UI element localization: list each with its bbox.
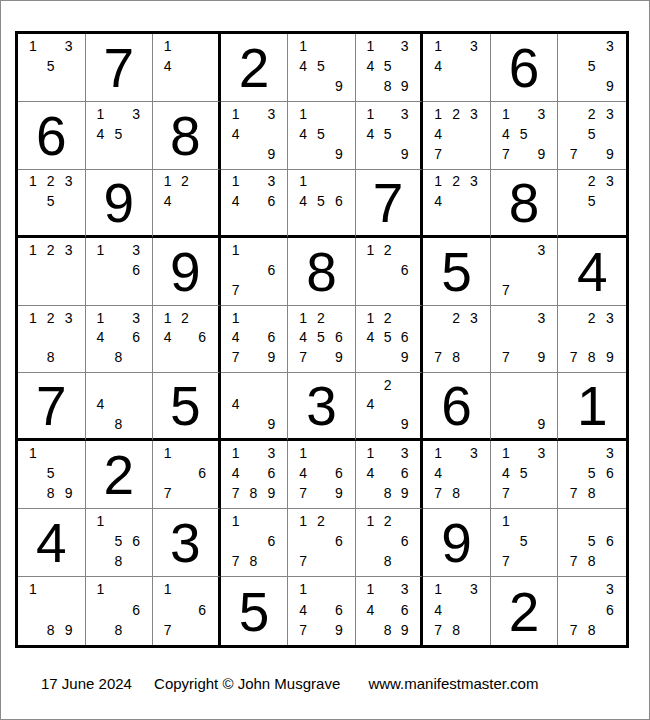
candidate-4 [497,260,515,280]
candidate-1: 1 [294,443,312,463]
candidate-2: 2 [42,172,60,191]
pencil-marks: 3678 [558,577,626,645]
candidate-2: 2 [379,308,396,328]
candidate-9 [127,144,145,164]
candidate-4 [564,328,582,348]
candidate-4 [24,599,42,619]
candidate-2: 2 [447,104,465,124]
candidate-1: 1 [92,579,110,599]
pencil-marks: 13457 [491,441,558,508]
candidate-1: 1 [362,240,379,260]
candidate-9: 9 [396,414,413,433]
candidate-7 [564,210,582,229]
candidate-3 [193,36,210,56]
candidate-8 [515,551,533,571]
candidate-5 [245,260,263,280]
candidate-7 [564,76,582,96]
candidate-6 [60,260,78,280]
cell-r4c4: 167 [221,238,289,306]
candidate-3: 3 [127,104,145,124]
candidate-9: 9 [330,144,348,164]
candidate-8 [312,620,330,640]
candidate-8 [379,144,396,164]
candidate-2: 2 [583,308,601,328]
candidate-5: 5 [583,191,601,210]
candidate-8 [312,76,330,96]
candidate-5: 5 [515,124,533,144]
candidate-4 [227,531,245,551]
candidate-2 [176,579,193,599]
candidate-4 [159,463,176,483]
cell-r3c9: 235 [558,170,626,238]
pencil-marks: 1678 [221,509,288,576]
candidate-9 [330,551,348,571]
candidate-6 [465,191,483,210]
candidate-3 [262,511,280,531]
candidate-8: 8 [583,483,601,503]
candidate-1: 1 [24,240,42,260]
candidate-3: 3 [396,104,413,124]
candidate-4: 4 [92,124,110,144]
candidate-6 [60,328,78,348]
candidate-2 [515,240,533,260]
cell-r5c1: 1238 [18,306,86,374]
candidate-8 [176,210,193,229]
candidate-5 [245,395,263,414]
pencil-marks: 1245679 [288,306,355,373]
candidate-4: 4 [227,463,245,483]
candidate-3 [193,308,210,328]
candidate-5: 5 [42,191,60,210]
candidate-5 [583,328,601,348]
candidate-9: 9 [533,347,551,367]
candidate-4: 4 [227,191,245,210]
candidate-6: 6 [601,531,619,551]
candidate-3 [60,443,78,463]
candidate-1 [497,375,515,394]
candidate-4 [362,531,379,551]
candidate-7: 7 [294,620,312,640]
candidate-1 [564,36,582,56]
candidate-5 [379,395,396,414]
candidate-6: 6 [262,260,280,280]
candidate-4 [24,191,42,210]
candidate-1 [564,172,582,191]
cell-r4c6: 126 [356,238,424,306]
candidate-5 [447,463,465,483]
candidate-5 [176,463,193,483]
candidate-3 [262,240,280,260]
candidate-9: 9 [396,620,413,640]
pencil-marks: 168 [86,577,153,645]
cell-r5c6: 124569 [356,306,424,374]
candidate-7 [227,144,245,164]
pencil-marks: 5678 [558,509,626,576]
cell-r4c1: 123 [18,238,86,306]
given-digit: 5 [221,577,288,645]
candidate-9 [601,210,619,229]
cell-r8c6: 1268 [356,509,424,577]
candidate-2 [245,443,263,463]
cell-r6c1: 7 [18,373,86,441]
cell-r1c3: 14 [153,34,221,102]
pencil-marks: 1346789 [221,441,288,508]
candidate-5 [109,328,127,348]
candidate-5 [583,599,601,619]
candidate-8 [176,76,193,96]
candidate-9 [533,551,551,571]
candidate-2 [245,375,263,394]
candidate-9 [396,280,413,300]
candidate-6 [465,56,483,76]
candidate-1: 1 [227,511,245,531]
candidate-5: 5 [109,531,127,551]
candidate-8 [109,280,127,300]
candidate-4: 4 [429,599,447,619]
candidate-7: 7 [429,347,447,367]
cell-r7c1: 1589 [18,441,86,509]
candidate-7: 7 [294,551,312,571]
candidate-6: 6 [601,463,619,483]
candidate-3: 3 [60,36,78,56]
candidate-6 [601,328,619,348]
candidate-1: 1 [92,240,110,260]
pencil-marks: 1234 [423,170,490,235]
candidate-4: 4 [429,124,447,144]
cell-r6c2: 48 [86,373,154,441]
candidate-7 [362,347,379,367]
pencil-marks: 23789 [558,306,626,373]
candidate-7: 7 [564,551,582,571]
given-digit: 7 [86,34,153,101]
candidate-8 [447,76,465,96]
cell-r1c5: 1459 [288,34,356,102]
candidate-2 [312,443,330,463]
candidate-9 [465,347,483,367]
candidate-1 [429,308,447,328]
candidate-4 [92,260,110,280]
candidate-3: 3 [396,443,413,463]
candidate-2: 2 [379,511,396,531]
candidate-2 [312,36,330,56]
candidate-9 [127,414,145,433]
candidate-5 [515,328,533,348]
candidate-7 [429,210,447,229]
cell-r9c7: 13478 [423,577,491,645]
candidate-6 [533,531,551,551]
candidate-7: 7 [227,551,245,571]
candidate-7 [227,414,245,433]
candidate-3: 3 [465,104,483,124]
cell-r4c7: 5 [423,238,491,306]
candidate-3: 3 [465,579,483,599]
candidate-6 [533,124,551,144]
candidate-1: 1 [227,443,245,463]
candidate-1: 1 [159,36,176,56]
candidate-8: 8 [109,414,127,433]
candidate-4: 4 [227,395,245,414]
candidate-6 [465,463,483,483]
cell-r7c5: 14679 [288,441,356,509]
candidate-3 [262,308,280,328]
cell-r1c4: 2 [221,34,289,102]
candidate-9: 9 [262,144,280,164]
candidate-5 [312,599,330,619]
candidate-9: 9 [533,414,551,433]
candidate-9: 9 [60,483,78,503]
cell-r6c3: 5 [153,373,221,441]
candidate-9 [193,76,210,96]
candidate-7 [24,620,42,640]
candidate-6: 6 [330,463,348,483]
candidate-9 [60,210,78,229]
candidate-2 [379,104,396,124]
candidate-8: 8 [379,76,396,96]
candidate-5: 5 [42,56,60,76]
candidate-9 [262,210,280,229]
sudoku-board: 1357142145913458913463596134581349145913… [15,31,629,648]
cell-r3c6: 7 [356,170,424,238]
cell-r9c5: 14679 [288,577,356,645]
candidate-2 [245,172,263,191]
candidate-8: 8 [583,620,601,640]
candidate-7 [429,76,447,96]
pencil-marks: 1349 [221,102,288,169]
cell-r3c8: 8 [491,170,559,238]
cell-r2c6: 13459 [356,102,424,170]
candidate-9: 9 [60,620,78,640]
candidate-8 [447,210,465,229]
pencil-marks: 37 [491,238,558,305]
candidate-8: 8 [42,347,60,367]
candidate-1: 1 [159,443,176,463]
cell-r7c8: 13457 [491,441,559,509]
candidate-5: 5 [583,56,601,76]
candidate-6 [533,260,551,280]
candidate-2 [515,443,533,463]
candidate-4: 4 [362,124,379,144]
candidate-7 [294,144,312,164]
candidate-3: 3 [601,308,619,328]
candidate-5 [245,531,263,551]
candidate-3 [396,375,413,394]
candidate-9 [601,483,619,503]
candidate-3 [330,36,348,56]
candidate-9 [465,483,483,503]
candidate-4: 4 [429,191,447,210]
candidate-5: 5 [583,124,601,144]
candidate-3: 3 [533,443,551,463]
candidate-2 [447,579,465,599]
candidate-9 [465,620,483,640]
candidate-6 [60,191,78,210]
candidate-6: 6 [262,531,280,551]
candidate-9 [193,210,210,229]
candidate-9 [127,280,145,300]
candidate-2 [109,240,127,260]
cell-r4c3: 9 [153,238,221,306]
candidate-7 [362,551,379,571]
pencil-marks: 124569 [356,306,421,373]
candidate-2 [515,375,533,394]
candidate-4 [92,531,110,551]
candidate-6 [601,191,619,210]
candidate-7 [294,76,312,96]
candidate-5 [379,599,396,619]
given-digit: 6 [491,34,558,101]
candidate-3 [330,443,348,463]
candidate-9 [465,76,483,96]
candidate-4 [497,531,515,551]
pencil-marks: 379 [491,306,558,373]
candidate-2 [379,443,396,463]
candidate-5: 5 [312,191,330,210]
cell-r4c5: 8 [288,238,356,306]
candidate-1 [564,511,582,531]
candidate-8 [515,483,533,503]
candidate-3: 3 [396,579,413,599]
pencil-marks: 13478 [423,441,490,508]
candidate-7 [92,620,110,640]
candidate-8: 8 [447,347,465,367]
candidate-6 [193,56,210,76]
candidate-2 [109,511,127,531]
candidate-1: 1 [294,308,312,328]
pencil-marks: 134579 [491,102,558,169]
candidate-4 [497,328,515,348]
pencil-marks: 1459 [288,102,355,169]
cell-r1c2: 7 [86,34,154,102]
candidate-3: 3 [60,240,78,260]
candidate-3: 3 [396,36,413,56]
candidate-1: 1 [362,443,379,463]
candidate-4 [362,260,379,280]
candidate-1: 1 [362,579,379,599]
pencil-marks: 235 [558,170,626,235]
cell-r6c8: 9 [491,373,559,441]
candidate-9: 9 [601,347,619,367]
candidate-5 [515,260,533,280]
given-digit: 3 [288,373,355,438]
given-digit: 5 [153,373,218,438]
given-digit: 8 [288,238,355,305]
candidate-3 [396,308,413,328]
candidate-1: 1 [429,104,447,124]
candidate-2 [515,308,533,328]
cell-r8c9: 5678 [558,509,626,577]
candidate-9: 9 [262,483,280,503]
candidate-1: 1 [92,511,110,531]
cell-r9c2: 168 [86,577,154,645]
pencil-marks: 12347 [423,102,490,169]
candidate-6 [533,463,551,483]
candidate-2 [109,579,127,599]
candidate-4: 4 [362,56,379,76]
given-digit: 2 [221,34,288,101]
candidate-6: 6 [262,463,280,483]
cell-r6c9: 1 [558,373,626,441]
candidate-2 [245,511,263,531]
pencil-marks: 134689 [356,441,421,508]
candidate-2 [583,579,601,599]
candidate-6 [330,124,348,144]
cell-r8c8: 157 [491,509,559,577]
candidate-8: 8 [379,620,396,640]
candidate-9 [601,551,619,571]
candidate-2 [379,36,396,56]
candidate-4: 4 [294,599,312,619]
candidate-2 [176,443,193,463]
candidate-3: 3 [601,579,619,599]
cell-r7c6: 134689 [356,441,424,509]
candidate-1: 1 [294,511,312,531]
candidate-7 [159,347,176,367]
candidate-3: 3 [60,308,78,328]
candidate-4 [227,260,245,280]
candidate-8 [515,347,533,367]
cell-r3c1: 1235 [18,170,86,238]
candidate-4: 4 [159,328,176,348]
candidate-4 [497,395,515,414]
candidate-5 [245,328,263,348]
cell-r1c7: 134 [423,34,491,102]
footer-website: www.manifestmaster.com [368,675,538,692]
candidate-5 [447,56,465,76]
cell-r2c5: 1459 [288,102,356,170]
candidate-7 [362,483,379,503]
candidate-9: 9 [601,144,619,164]
given-digit: 7 [356,170,421,235]
candidate-8 [42,210,60,229]
candidate-5: 5 [515,531,533,551]
pencil-marks: 1568 [86,509,153,576]
candidate-5 [42,328,60,348]
candidate-5: 5 [312,56,330,76]
candidate-7 [294,210,312,229]
candidate-3: 3 [465,308,483,328]
cell-r5c3: 1246 [153,306,221,374]
pencil-marks: 1267 [288,509,355,576]
candidate-3: 3 [533,308,551,328]
candidate-6: 6 [396,463,413,483]
candidate-3 [330,104,348,124]
candidate-9 [330,210,348,229]
candidate-1: 1 [24,36,42,56]
candidate-6 [330,56,348,76]
candidate-1: 1 [24,579,42,599]
candidate-5 [245,124,263,144]
pencil-marks: 1235 [18,170,85,235]
candidate-5 [109,395,127,414]
candidate-9: 9 [330,483,348,503]
given-digit: 4 [18,509,85,576]
candidate-3: 3 [127,240,145,260]
candidate-1: 1 [362,104,379,124]
candidate-6 [533,328,551,348]
cell-r8c3: 3 [153,509,221,577]
candidate-3: 3 [601,172,619,191]
candidate-5 [176,599,193,619]
candidate-7 [362,144,379,164]
candidate-8 [245,414,263,433]
candidate-8 [447,144,465,164]
candidate-8 [176,620,193,640]
candidate-4: 4 [294,191,312,210]
candidate-1: 1 [24,308,42,328]
candidate-6 [262,124,280,144]
candidate-8: 8 [583,347,601,367]
pencil-marks: 2378 [423,306,490,373]
